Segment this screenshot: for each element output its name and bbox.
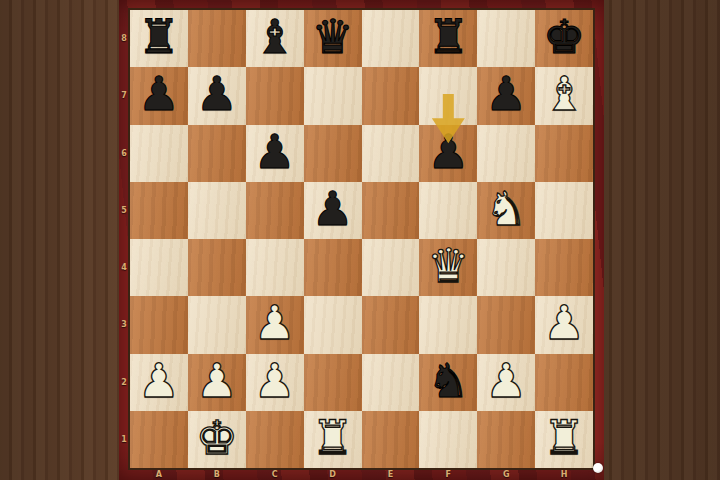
- square-e8[interactable]: [362, 10, 420, 67]
- square-h3[interactable]: ♟: [535, 296, 593, 353]
- square-e1[interactable]: [362, 411, 420, 468]
- square-e5[interactable]: [362, 182, 420, 239]
- square-f7[interactable]: [419, 67, 477, 124]
- square-a5[interactable]: [130, 182, 188, 239]
- square-a6[interactable]: [130, 125, 188, 182]
- rank-label: 5: [118, 182, 130, 239]
- piece-white-pawn[interactable]: ♟: [535, 294, 593, 351]
- square-b8[interactable]: [188, 10, 246, 67]
- rank-label: 4: [118, 239, 130, 296]
- file-label: C: [246, 468, 304, 480]
- piece-black-pawn[interactable]: ♟: [246, 123, 304, 180]
- file-labels: ABCDEFGH: [130, 468, 593, 480]
- square-d2[interactable]: [304, 354, 362, 411]
- piece-white-pawn[interactable]: ♟: [188, 352, 246, 409]
- square-h2[interactable]: [535, 354, 593, 411]
- file-label: A: [130, 468, 188, 480]
- square-d1[interactable]: ♜: [304, 411, 362, 468]
- piece-white-rook[interactable]: ♜: [304, 409, 362, 466]
- square-e7[interactable]: [362, 67, 420, 124]
- square-f8[interactable]: ♜: [419, 10, 477, 67]
- rank-label: 7: [118, 67, 130, 124]
- square-g1[interactable]: [477, 411, 535, 468]
- square-f1[interactable]: [419, 411, 477, 468]
- piece-white-pawn[interactable]: ♟: [130, 352, 188, 409]
- square-c6[interactable]: ♟: [246, 125, 304, 182]
- square-c8[interactable]: ♝: [246, 10, 304, 67]
- square-g4[interactable]: [477, 239, 535, 296]
- square-d5[interactable]: ♟: [304, 182, 362, 239]
- square-d4[interactable]: [304, 239, 362, 296]
- square-d8[interactable]: ♛: [304, 10, 362, 67]
- square-h6[interactable]: [535, 125, 593, 182]
- file-label: F: [419, 468, 477, 480]
- piece-black-pawn[interactable]: ♟: [130, 65, 188, 122]
- square-f3[interactable]: [419, 296, 477, 353]
- square-b3[interactable]: [188, 296, 246, 353]
- square-g2[interactable]: ♟: [477, 354, 535, 411]
- square-c5[interactable]: [246, 182, 304, 239]
- rank-label: 6: [118, 125, 130, 182]
- square-c1[interactable]: [246, 411, 304, 468]
- rank-label: 1: [118, 411, 130, 468]
- square-b2[interactable]: ♟: [188, 354, 246, 411]
- piece-black-king[interactable]: ♚: [535, 8, 593, 65]
- file-label: G: [477, 468, 535, 480]
- piece-black-pawn[interactable]: ♟: [477, 65, 535, 122]
- square-a2[interactable]: ♟: [130, 354, 188, 411]
- rank-label: 3: [118, 296, 130, 353]
- square-h8[interactable]: ♚: [535, 10, 593, 67]
- square-b4[interactable]: [188, 239, 246, 296]
- file-label: E: [362, 468, 420, 480]
- file-label: D: [304, 468, 362, 480]
- piece-white-pawn[interactable]: ♟: [246, 352, 304, 409]
- square-e6[interactable]: [362, 125, 420, 182]
- piece-white-pawn[interactable]: ♟: [477, 352, 535, 409]
- square-d3[interactable]: [304, 296, 362, 353]
- square-b7[interactable]: ♟: [188, 67, 246, 124]
- square-f4[interactable]: ♛: [419, 239, 477, 296]
- square-g8[interactable]: [477, 10, 535, 67]
- square-e3[interactable]: [362, 296, 420, 353]
- rank-label: 2: [118, 354, 130, 411]
- piece-black-queen[interactable]: ♛: [304, 8, 362, 65]
- square-e4[interactable]: [362, 239, 420, 296]
- rank-label: 8: [118, 10, 130, 67]
- square-a3[interactable]: [130, 296, 188, 353]
- square-a4[interactable]: [130, 239, 188, 296]
- square-h7[interactable]: ♝: [535, 67, 593, 124]
- square-f5[interactable]: [419, 182, 477, 239]
- piece-white-pawn[interactable]: ♟: [246, 294, 304, 351]
- square-h5[interactable]: [535, 182, 593, 239]
- piece-white-knight[interactable]: ♞: [477, 180, 535, 237]
- square-b5[interactable]: [188, 182, 246, 239]
- square-b1[interactable]: ♚: [188, 411, 246, 468]
- square-a8[interactable]: ♜: [130, 10, 188, 67]
- piece-black-bishop[interactable]: ♝: [246, 8, 304, 65]
- square-g5[interactable]: ♞: [477, 182, 535, 239]
- piece-white-king[interactable]: ♚: [188, 409, 246, 466]
- square-b6[interactable]: [188, 125, 246, 182]
- piece-black-pawn[interactable]: ♟: [188, 65, 246, 122]
- piece-black-rook[interactable]: ♜: [130, 8, 188, 65]
- piece-black-pawn[interactable]: ♟: [304, 180, 362, 237]
- piece-black-rook[interactable]: ♜: [419, 8, 477, 65]
- chess-board[interactable]: ♜♝♛♜♚♟♟♟♝♟♟♟♞♛♟♟♟♟♟♞♟♚♜♜: [130, 10, 593, 468]
- square-d7[interactable]: [304, 67, 362, 124]
- file-label: H: [535, 468, 593, 480]
- piece-white-bishop[interactable]: ♝: [535, 65, 593, 122]
- square-c4[interactable]: [246, 239, 304, 296]
- square-e2[interactable]: [362, 354, 420, 411]
- file-label: B: [188, 468, 246, 480]
- square-d6[interactable]: [304, 125, 362, 182]
- square-g6[interactable]: [477, 125, 535, 182]
- piece-black-knight[interactable]: ♞: [419, 352, 477, 409]
- piece-white-rook[interactable]: ♜: [535, 409, 593, 466]
- square-c2[interactable]: ♟: [246, 354, 304, 411]
- square-c3[interactable]: ♟: [246, 296, 304, 353]
- square-a1[interactable]: [130, 411, 188, 468]
- chess-app-window: ♜♝♛♜♚♟♟♟♝♟♟♟♞♛♟♟♟♟♟♞♟♚♜♜ 87654321 ABCDEF…: [0, 0, 720, 480]
- square-g7[interactable]: ♟: [477, 67, 535, 124]
- square-f2[interactable]: ♞: [419, 354, 477, 411]
- piece-white-queen[interactable]: ♛: [419, 237, 477, 294]
- piece-black-pawn[interactable]: ♟: [419, 123, 477, 180]
- square-a7[interactable]: ♟: [130, 67, 188, 124]
- rank-labels: 87654321: [118, 10, 130, 468]
- status-dot: [593, 463, 603, 473]
- square-c7[interactable]: [246, 67, 304, 124]
- square-g3[interactable]: [477, 296, 535, 353]
- square-f6[interactable]: ♟: [419, 125, 477, 182]
- square-h4[interactable]: [535, 239, 593, 296]
- square-h1[interactable]: ♜: [535, 411, 593, 468]
